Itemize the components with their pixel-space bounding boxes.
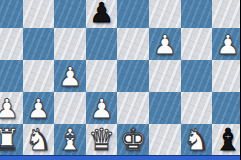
square-f5[interactable] (149, 0, 181, 28)
square-d2[interactable]: ♟ (86, 92, 118, 124)
square-h4[interactable]: ♟ (212, 28, 240, 60)
white-pawn[interactable]: ♟ (26, 95, 50, 122)
white-pawn[interactable]: ♟ (58, 63, 82, 90)
square-g5[interactable] (181, 0, 213, 28)
black-pawn[interactable]: ♟ (89, 0, 113, 26)
white-king[interactable]: ♚ (120, 125, 147, 155)
window-edge-bar (0, 155, 240, 160)
square-a4[interactable] (0, 28, 23, 60)
white-queen[interactable]: ♛ (88, 125, 115, 155)
square-f4[interactable]: ♟ (149, 28, 181, 60)
white-pawn[interactable]: ♟ (153, 31, 177, 58)
white-knight[interactable]: ♞ (183, 125, 210, 155)
white-rook[interactable]: ♜ (0, 125, 20, 155)
square-d5[interactable]: ♟ (86, 0, 118, 28)
white-pawn[interactable]: ♟ (0, 95, 19, 122)
square-f2[interactable] (149, 92, 181, 124)
square-d1[interactable]: ♛ (86, 124, 118, 156)
white-pawn[interactable]: ♟ (89, 95, 113, 122)
square-e4[interactable] (117, 28, 149, 60)
square-c5[interactable] (54, 0, 86, 28)
square-b5[interactable] (23, 0, 55, 28)
square-h2[interactable] (212, 92, 240, 124)
square-d4[interactable] (86, 28, 118, 60)
square-c4[interactable] (54, 28, 86, 60)
square-c3[interactable]: ♟ (54, 60, 86, 92)
square-b4[interactable] (23, 28, 55, 60)
square-a2[interactable]: ♟ (0, 92, 23, 124)
square-e5[interactable] (117, 0, 149, 28)
square-f1[interactable] (149, 124, 181, 156)
square-h1[interactable]: ♝ (212, 124, 240, 156)
square-g2[interactable] (181, 92, 213, 124)
square-c1[interactable]: ♝ (54, 124, 86, 156)
white-knight[interactable]: ♞ (25, 125, 52, 155)
square-b3[interactable] (23, 60, 55, 92)
square-g4[interactable] (181, 28, 213, 60)
square-a3[interactable] (0, 60, 23, 92)
black-bishop[interactable]: ♝ (215, 125, 241, 155)
square-c2[interactable] (54, 92, 86, 124)
square-e3[interactable] (117, 60, 149, 92)
square-h5[interactable] (212, 0, 240, 28)
chess-board-viewport: ♟♟♟♟♟♟♟♜♞♝♛♚♞♝ (0, 0, 240, 160)
square-b2[interactable]: ♟ (23, 92, 55, 124)
square-e1[interactable]: ♚ (117, 124, 149, 156)
square-f3[interactable] (149, 60, 181, 92)
square-d3[interactable] (86, 60, 118, 92)
white-pawn[interactable]: ♟ (216, 31, 240, 58)
square-a1[interactable]: ♜ (0, 124, 23, 156)
white-bishop[interactable]: ♝ (57, 125, 84, 155)
square-g1[interactable]: ♞ (181, 124, 213, 156)
square-e2[interactable] (117, 92, 149, 124)
chess-board: ♟♟♟♟♟♟♟♜♞♝♛♚♞♝ (0, 0, 240, 156)
square-g3[interactable] (181, 60, 213, 92)
square-a5[interactable] (0, 0, 23, 28)
square-b1[interactable]: ♞ (23, 124, 55, 156)
square-h3[interactable] (212, 60, 240, 92)
